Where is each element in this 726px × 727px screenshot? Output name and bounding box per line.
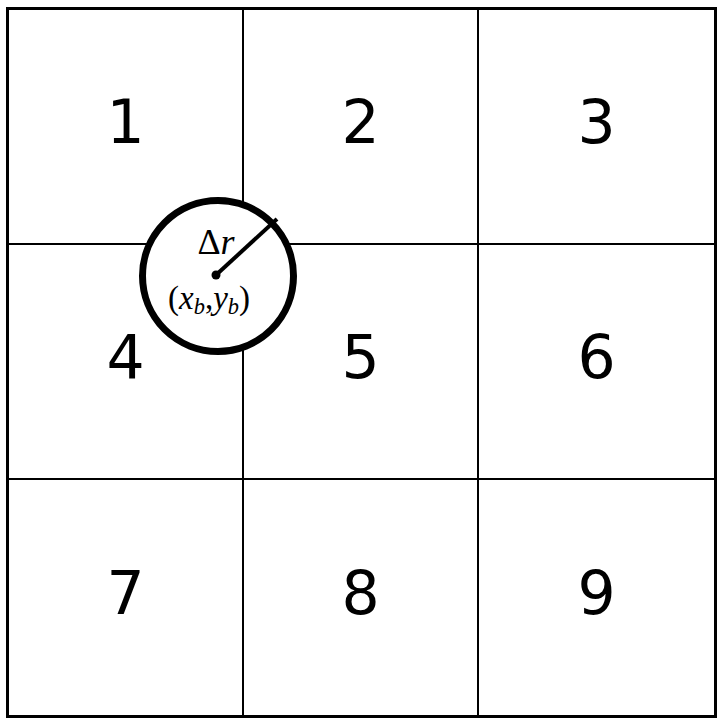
figure: 1 2 3 4 5 6 7 8 9 Δr (xb,yb) [0, 0, 726, 727]
cell-8: 8 [244, 480, 479, 715]
paren-close: ) [239, 280, 250, 316]
cell-8-label: 8 [341, 563, 379, 623]
cell-7-label: 7 [106, 563, 144, 623]
radius-label: Δr [197, 224, 234, 260]
cell-6: 6 [479, 245, 714, 480]
x-subscript: b [194, 293, 205, 318]
cell-7: 7 [9, 480, 244, 715]
cell-9: 9 [479, 480, 714, 715]
y-variable: y [213, 280, 228, 316]
cell-9-label: 9 [577, 563, 615, 623]
bubble-coordinates-label: (xb,yb) [168, 282, 250, 315]
comma: , [205, 280, 213, 316]
grid-board: 1 2 3 4 5 6 7 8 9 [6, 7, 717, 718]
cell-2: 2 [244, 10, 479, 245]
cell-2-label: 2 [341, 92, 379, 152]
cell-5-label: 5 [341, 327, 379, 387]
x-variable: x [179, 280, 194, 316]
cell-6-label: 6 [577, 327, 615, 387]
bubble-circle: Δr (xb,yb) [139, 197, 297, 355]
y-subscript: b [228, 293, 239, 318]
cell-3: 3 [479, 10, 714, 245]
paren-open: ( [168, 280, 179, 316]
cell-1-label: 1 [106, 92, 144, 152]
delta-symbol: Δ [197, 222, 220, 262]
cell-3-label: 3 [577, 92, 615, 152]
cell-4-label: 4 [106, 327, 144, 387]
radius-symbol: r [221, 222, 235, 262]
bubble-center-dot [212, 271, 221, 280]
